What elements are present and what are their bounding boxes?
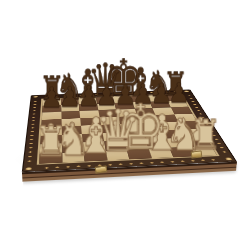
chess-board: ♜♞♝♛♚♝♞♜♟♟♟♟♟♟♟♟♟♟♟♟♟♟♟♟♜♞♝♛♚♝♞♜	[22, 90, 237, 173]
board-frame: ♜♞♝♛♚♝♞♜♟♟♟♟♟♟♟♟♟♟♟♟♟♟♟♟♜♞♝♛♚♝♞♜	[22, 90, 237, 173]
product-photo: ♜♞♝♛♚♝♞♜♟♟♟♟♟♟♟♟♟♟♟♟♟♟♟♟♜♞♝♛♚♝♞♜	[0, 0, 240, 240]
corner-ornament-icon	[33, 96, 38, 98]
brass-latch-right	[191, 150, 203, 158]
corner-ornament-icon	[225, 158, 232, 161]
piece-black-pawn-a7[interactable]: ♟	[40, 84, 63, 113]
chessboard-scene: ♜♞♝♛♚♝♞♜♟♟♟♟♟♟♟♟♟♟♟♟♟♟♟♟♜♞♝♛♚♝♞♜	[0, 0, 240, 240]
piece-white-rook-a1[interactable]: ♜	[34, 121, 67, 163]
brass-latch-left	[95, 165, 108, 173]
square-a7[interactable]: ♟	[42, 105, 61, 112]
corner-ornament-icon	[26, 167, 32, 170]
square-a1[interactable]: ♜	[39, 153, 62, 164]
